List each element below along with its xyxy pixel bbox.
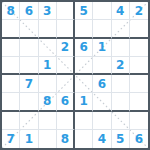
cell-r2c3[interactable] <box>39 20 57 38</box>
given-digit: 1 <box>79 94 87 108</box>
given-digit: 5 <box>116 132 124 146</box>
cell-r5c4[interactable] <box>57 75 75 93</box>
cell-r6c6[interactable] <box>93 93 111 111</box>
given-digit: 1 <box>98 40 106 54</box>
given-digit: 8 <box>6 4 14 18</box>
cell-r5c6[interactable]: 6 <box>93 75 111 93</box>
given-digit: 7 <box>6 132 14 146</box>
cell-r5c1[interactable] <box>2 75 20 93</box>
cell-r7c1[interactable] <box>2 112 20 130</box>
cell-r1c7[interactable]: 4 <box>112 2 130 20</box>
cell-r2c2[interactable] <box>20 20 38 38</box>
cell-r7c3[interactable] <box>39 112 57 130</box>
cell-r4c5[interactable] <box>75 57 93 75</box>
cell-r6c1[interactable] <box>2 93 20 111</box>
cell-r2c1[interactable] <box>2 20 20 38</box>
cell-r1c5[interactable]: 5 <box>75 2 93 20</box>
cell-r3c8[interactable] <box>130 39 148 57</box>
cell-r4c1[interactable] <box>2 57 20 75</box>
given-digit: 8 <box>61 132 69 146</box>
given-digit: 4 <box>116 4 124 18</box>
given-digit: 1 <box>43 58 51 72</box>
cell-r3c7[interactable] <box>112 39 130 57</box>
given-digit: 5 <box>79 4 87 18</box>
cell-r4c7[interactable]: 2 <box>112 57 130 75</box>
given-digit: 6 <box>61 94 69 108</box>
cell-r2c8[interactable] <box>130 20 148 38</box>
cell-r8c2[interactable]: 1 <box>20 130 38 148</box>
given-digit: 6 <box>79 40 87 54</box>
cell-r3c5[interactable]: 6 <box>75 39 93 57</box>
cell-r1c6[interactable] <box>93 2 111 20</box>
cell-r8c1[interactable]: 7 <box>2 130 20 148</box>
cell-r2c5[interactable] <box>75 20 93 38</box>
cell-r1c4[interactable] <box>57 2 75 20</box>
cell-r3c6[interactable]: 1 <box>93 39 111 57</box>
cell-r8c3[interactable] <box>39 130 57 148</box>
cell-r3c3[interactable] <box>39 39 57 57</box>
cell-r3c1[interactable] <box>2 39 20 57</box>
cell-r5c5[interactable] <box>75 75 93 93</box>
cell-r2c6[interactable] <box>93 20 111 38</box>
given-digit: 6 <box>135 132 143 146</box>
sudoku-board: 8635422611276861718456 <box>0 0 150 150</box>
cell-r1c2[interactable]: 6 <box>20 2 38 20</box>
cell-r7c8[interactable] <box>130 112 148 130</box>
cell-r5c2[interactable]: 7 <box>20 75 38 93</box>
cell-r1c1[interactable]: 8 <box>2 2 20 20</box>
cell-r3c4[interactable]: 2 <box>57 39 75 57</box>
cell-r6c2[interactable] <box>20 93 38 111</box>
cell-r3c2[interactable] <box>20 39 38 57</box>
cell-r1c8[interactable]: 2 <box>130 2 148 20</box>
given-digit: 8 <box>43 94 51 108</box>
cell-grid: 8635422611276861718456 <box>2 2 148 148</box>
cell-r7c5[interactable] <box>75 112 93 130</box>
cell-r5c3[interactable] <box>39 75 57 93</box>
cell-r2c7[interactable] <box>112 20 130 38</box>
cell-r4c2[interactable] <box>20 57 38 75</box>
cell-r6c3[interactable]: 8 <box>39 93 57 111</box>
cell-r1c3[interactable]: 3 <box>39 2 57 20</box>
cell-r8c4[interactable]: 8 <box>57 130 75 148</box>
cell-r4c6[interactable] <box>93 57 111 75</box>
given-digit: 2 <box>135 4 143 18</box>
given-digit: 3 <box>43 4 51 18</box>
given-digit: 2 <box>61 40 69 54</box>
cell-r5c7[interactable] <box>112 75 130 93</box>
cell-r6c5[interactable]: 1 <box>75 93 93 111</box>
given-digit: 4 <box>98 132 106 146</box>
cell-r8c6[interactable]: 4 <box>93 130 111 148</box>
given-digit: 2 <box>116 58 124 72</box>
cell-r7c2[interactable] <box>20 112 38 130</box>
given-digit: 6 <box>98 77 106 91</box>
cell-r4c4[interactable] <box>57 57 75 75</box>
cell-r6c8[interactable] <box>130 93 148 111</box>
cell-r7c4[interactable] <box>57 112 75 130</box>
cell-r4c3[interactable]: 1 <box>39 57 57 75</box>
cell-r8c8[interactable]: 6 <box>130 130 148 148</box>
cell-r6c7[interactable] <box>112 93 130 111</box>
cell-r7c6[interactable] <box>93 112 111 130</box>
cell-r5c8[interactable] <box>130 75 148 93</box>
cell-r8c7[interactable]: 5 <box>112 130 130 148</box>
cell-r8c5[interactable] <box>75 130 93 148</box>
cell-r6c4[interactable]: 6 <box>57 93 75 111</box>
given-digit: 1 <box>25 132 33 146</box>
given-digit: 7 <box>25 77 33 91</box>
cell-r7c7[interactable] <box>112 112 130 130</box>
cell-r4c8[interactable] <box>130 57 148 75</box>
given-digit: 6 <box>25 4 33 18</box>
cell-r2c4[interactable] <box>57 20 75 38</box>
